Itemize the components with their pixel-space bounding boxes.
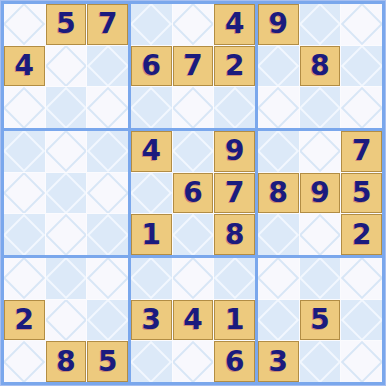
cell-r2c2[interactable] (46, 46, 87, 87)
box-2-1 (4, 131, 128, 255)
cell-r9c3: 5 (87, 341, 128, 382)
cell-r4c2[interactable] (46, 131, 87, 172)
cell-r8c9[interactable] (341, 300, 382, 341)
box-1-3: 98 (258, 4, 382, 128)
cell-r4c5[interactable] (173, 131, 214, 172)
cell-r9c7: 3 (258, 341, 299, 382)
box-3-1: 285 (4, 258, 128, 382)
cell-r5c9: 5 (341, 173, 382, 214)
cell-r8c5: 4 (173, 300, 214, 341)
cell-r4c3[interactable] (87, 131, 128, 172)
cell-r3c4[interactable] (131, 87, 172, 128)
cell-r2c1: 4 (4, 46, 45, 87)
cell-r3c2[interactable] (46, 87, 87, 128)
cell-r7c7[interactable] (258, 258, 299, 299)
cell-r4c6: 9 (214, 131, 255, 172)
cell-r1c7: 9 (258, 4, 299, 45)
box-1-2: 4672 (131, 4, 255, 128)
cell-r9c8[interactable] (300, 341, 341, 382)
cell-r1c6: 4 (214, 4, 255, 45)
cell-r3c9[interactable] (341, 87, 382, 128)
cell-r2c7[interactable] (258, 46, 299, 87)
cell-r8c1: 2 (4, 300, 45, 341)
cell-r3c3[interactable] (87, 87, 128, 128)
cell-r6c5[interactable] (173, 214, 214, 255)
cell-r3c1[interactable] (4, 87, 45, 128)
cell-r5c3[interactable] (87, 173, 128, 214)
cell-r6c8[interactable] (300, 214, 341, 255)
cell-r5c1[interactable] (4, 173, 45, 214)
cell-r3c7[interactable] (258, 87, 299, 128)
cell-r3c8[interactable] (300, 87, 341, 128)
cell-r9c5[interactable] (173, 341, 214, 382)
cell-r1c1[interactable] (4, 4, 45, 45)
cell-r8c6: 1 (214, 300, 255, 341)
cell-r1c9[interactable] (341, 4, 382, 45)
cell-r4c9: 7 (341, 131, 382, 172)
cell-r9c6: 6 (214, 341, 255, 382)
cell-r5c5: 6 (173, 173, 214, 214)
cell-r2c8: 8 (300, 46, 341, 87)
cell-r6c6: 8 (214, 214, 255, 255)
cell-r8c3[interactable] (87, 300, 128, 341)
cell-r3c5[interactable] (173, 87, 214, 128)
cell-r4c8[interactable] (300, 131, 341, 172)
cell-r7c3[interactable] (87, 258, 128, 299)
cell-r6c3[interactable] (87, 214, 128, 255)
cell-r4c4: 4 (131, 131, 172, 172)
cell-r2c3[interactable] (87, 46, 128, 87)
cell-r5c2[interactable] (46, 173, 87, 214)
cell-r3c6[interactable] (214, 87, 255, 128)
cell-r5c6: 7 (214, 173, 255, 214)
cell-r8c8: 5 (300, 300, 341, 341)
cell-r1c5[interactable] (173, 4, 214, 45)
cell-r5c4[interactable] (131, 173, 172, 214)
cell-r7c4[interactable] (131, 258, 172, 299)
cell-r8c2[interactable] (46, 300, 87, 341)
cell-r4c7[interactable] (258, 131, 299, 172)
cell-r5c8: 9 (300, 173, 341, 214)
cell-r7c8[interactable] (300, 258, 341, 299)
cell-r2c9[interactable] (341, 46, 382, 87)
cell-r2c5: 7 (173, 46, 214, 87)
cell-r1c2: 5 (46, 4, 87, 45)
box-3-2: 3416 (131, 258, 255, 382)
cell-r1c3: 7 (87, 4, 128, 45)
cell-r7c2[interactable] (46, 258, 87, 299)
cell-r1c4[interactable] (131, 4, 172, 45)
cell-r6c9: 2 (341, 214, 382, 255)
cell-r6c2[interactable] (46, 214, 87, 255)
cell-r9c2: 8 (46, 341, 87, 382)
box-3-3: 53 (258, 258, 382, 382)
cell-r2c6: 2 (214, 46, 255, 87)
cell-r5c7: 8 (258, 173, 299, 214)
cell-r1c8[interactable] (300, 4, 341, 45)
box-2-2: 496718 (131, 131, 255, 255)
box-1-1: 574 (4, 4, 128, 128)
cell-r7c9[interactable] (341, 258, 382, 299)
cell-r6c7[interactable] (258, 214, 299, 255)
cell-r8c7[interactable] (258, 300, 299, 341)
box-2-3: 78952 (258, 131, 382, 255)
sudoku-board: 57446729849671878952285341653 (0, 0, 386, 386)
cell-r9c9[interactable] (341, 341, 382, 382)
cell-r6c1[interactable] (4, 214, 45, 255)
cell-r7c5[interactable] (173, 258, 214, 299)
cell-r7c1[interactable] (4, 258, 45, 299)
cell-r9c1[interactable] (4, 341, 45, 382)
cell-r7c6[interactable] (214, 258, 255, 299)
cell-r4c1[interactable] (4, 131, 45, 172)
cell-r8c4: 3 (131, 300, 172, 341)
cell-r2c4: 6 (131, 46, 172, 87)
cell-r6c4: 1 (131, 214, 172, 255)
cell-r9c4[interactable] (131, 341, 172, 382)
